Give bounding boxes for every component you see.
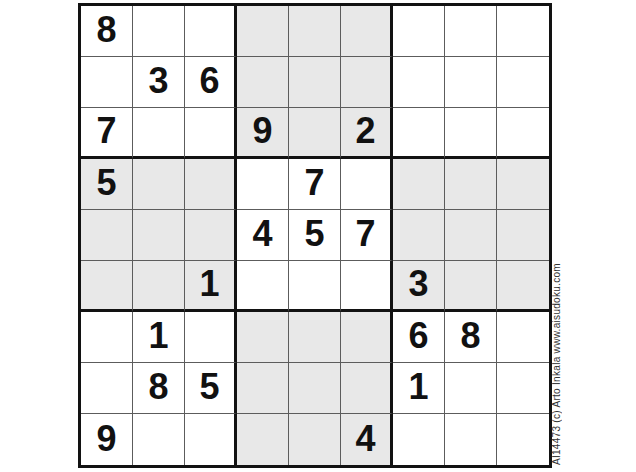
- cell-r9c9: [497, 414, 549, 465]
- cell-r6c2[interactable]: [133, 261, 185, 312]
- cell-r5c4: 4: [237, 210, 289, 261]
- cell-r3c2[interactable]: [133, 108, 185, 159]
- cell-r4c9[interactable]: [497, 159, 549, 210]
- cell-r1c5[interactable]: [289, 6, 341, 57]
- cell-r9c1: 9: [81, 414, 133, 465]
- cell-r6c5[interactable]: [289, 261, 341, 312]
- cell-r3c7[interactable]: [393, 108, 445, 159]
- cell-r5c3[interactable]: [185, 210, 237, 261]
- cell-r3c1: 7: [81, 108, 133, 159]
- cell-r9c7[interactable]: [393, 414, 445, 465]
- cell-r9c2[interactable]: [133, 414, 185, 465]
- cell-r8c3: 5: [185, 363, 237, 414]
- cell-r3c6: 2: [341, 108, 393, 159]
- cell-r3c4: 9: [237, 108, 289, 159]
- cell-r4c6[interactable]: [341, 159, 393, 210]
- cell-r4c1: 5: [81, 159, 133, 210]
- cell-r9c8[interactable]: [445, 414, 497, 465]
- cell-r2c8[interactable]: [445, 57, 497, 108]
- cell-r4c7[interactable]: [393, 159, 445, 210]
- cell-r4c3[interactable]: [185, 159, 237, 210]
- sudoku-page: 836792574571316885194 AI14473 (c) Arto I…: [0, 0, 636, 472]
- cell-r9c3[interactable]: [185, 414, 237, 465]
- cell-r7c6[interactable]: [341, 312, 393, 363]
- cell-r7c5[interactable]: [289, 312, 341, 363]
- sudoku-board: 836792574571316885194: [78, 3, 552, 468]
- cell-r1c2[interactable]: [133, 6, 185, 57]
- cell-r2c2: 3: [133, 57, 185, 108]
- cell-r2c7[interactable]: [393, 57, 445, 108]
- cell-r9c5[interactable]: [289, 414, 341, 465]
- cell-r7c3[interactable]: [185, 312, 237, 363]
- cell-r1c1: 8: [81, 6, 133, 57]
- cell-r8c7: 1: [393, 363, 445, 414]
- cell-r5c2[interactable]: [133, 210, 185, 261]
- cell-r2c4[interactable]: [237, 57, 289, 108]
- cell-r8c4[interactable]: [237, 363, 289, 414]
- cell-r1c6[interactable]: [341, 6, 393, 57]
- cell-r4c4[interactable]: [237, 159, 289, 210]
- cell-r5c7[interactable]: [393, 210, 445, 261]
- cell-r1c8[interactable]: [445, 6, 497, 57]
- cell-r6c3: 1: [185, 261, 237, 312]
- cell-r6c7: 3: [393, 261, 445, 312]
- cell-r9c4[interactable]: [237, 414, 289, 465]
- cell-r1c9[interactable]: [497, 6, 549, 57]
- cell-r6c6[interactable]: [341, 261, 393, 312]
- cell-r4c2[interactable]: [133, 159, 185, 210]
- cell-r5c6: 7: [341, 210, 393, 261]
- cell-r6c4[interactable]: [237, 261, 289, 312]
- cell-r6c1[interactable]: [81, 261, 133, 312]
- cell-r4c8[interactable]: [445, 159, 497, 210]
- cell-r8c1[interactable]: [81, 363, 133, 414]
- cell-r7c4[interactable]: [237, 312, 289, 363]
- cell-r1c7[interactable]: [393, 6, 445, 57]
- cell-r7c7: 6: [393, 312, 445, 363]
- cell-r8c6[interactable]: [341, 363, 393, 414]
- cell-r3c8[interactable]: [445, 108, 497, 159]
- cell-r2c3: 6: [185, 57, 237, 108]
- cell-r2c9[interactable]: [497, 57, 549, 108]
- cell-r1c3[interactable]: [185, 6, 237, 57]
- cell-r8c9[interactable]: [497, 363, 549, 414]
- cell-r5c9[interactable]: [497, 210, 549, 261]
- cell-r7c8: 8: [445, 312, 497, 363]
- cell-r8c5[interactable]: [289, 363, 341, 414]
- cell-r2c5[interactable]: [289, 57, 341, 108]
- cell-r7c2: 1: [133, 312, 185, 363]
- cell-r4c5: 7: [289, 159, 341, 210]
- cell-r5c5: 5: [289, 210, 341, 261]
- cell-r3c9[interactable]: [497, 108, 549, 159]
- cell-r8c8[interactable]: [445, 363, 497, 414]
- cell-r6c9[interactable]: [497, 261, 549, 312]
- cell-r7c9[interactable]: [497, 312, 549, 363]
- cell-r9c6: 4: [341, 414, 393, 465]
- cell-r6c8[interactable]: [445, 261, 497, 312]
- cell-r2c6[interactable]: [341, 57, 393, 108]
- cell-r3c3[interactable]: [185, 108, 237, 159]
- cell-r5c8[interactable]: [445, 210, 497, 261]
- cell-r2c1[interactable]: [81, 57, 133, 108]
- cell-r1c4[interactable]: [237, 6, 289, 57]
- copyright-text: AI14473 (c) Arto Inkala www.aisudoku.com: [551, 263, 562, 465]
- cell-r7c1[interactable]: [81, 312, 133, 363]
- cell-r5c1[interactable]: [81, 210, 133, 261]
- cell-r3c5[interactable]: [289, 108, 341, 159]
- cell-r8c2: 8: [133, 363, 185, 414]
